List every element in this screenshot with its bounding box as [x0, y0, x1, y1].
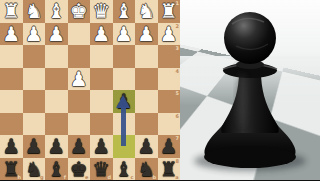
piece-wP: ♟ — [158, 23, 181, 46]
square-d5[interactable] — [90, 90, 113, 113]
piece-bB: ♝ — [45, 158, 68, 181]
piece-bP: ♟ — [135, 135, 158, 158]
square-g2[interactable]: ♟ — [23, 23, 46, 46]
piece-wB: ♝ — [113, 0, 136, 23]
piece-wR: ♜ — [158, 0, 181, 23]
square-c2[interactable]: ♟ — [113, 23, 136, 46]
square-g6[interactable] — [23, 113, 46, 136]
square-f5[interactable] — [45, 90, 68, 113]
square-g7[interactable]: ♟ — [23, 135, 46, 158]
piece-wP: ♟ — [0, 23, 23, 46]
square-h6[interactable] — [0, 113, 23, 136]
piece-wP: ♟ — [23, 23, 46, 46]
rank-label-3: 3 — [176, 46, 179, 51]
square-f7[interactable]: ♟ — [45, 135, 68, 158]
square-h7[interactable]: ♟ — [0, 135, 23, 158]
square-b3[interactable] — [135, 45, 158, 68]
piece-wK: ♚ — [68, 0, 91, 23]
piece-bR: ♜ — [0, 158, 23, 181]
piece-bB: ♝ — [113, 158, 136, 181]
piece-wP: ♟ — [68, 68, 91, 91]
square-f6[interactable] — [45, 113, 68, 136]
square-g5[interactable] — [23, 90, 46, 113]
square-f8[interactable]: ♝f — [45, 158, 68, 181]
square-a2[interactable]: ♟2 — [158, 23, 181, 46]
square-f1[interactable]: ♝ — [45, 0, 68, 23]
square-b4[interactable] — [135, 68, 158, 91]
square-d7[interactable]: ♟ — [90, 135, 113, 158]
piece-wN: ♞ — [23, 0, 46, 23]
square-f3[interactable] — [45, 45, 68, 68]
square-a8[interactable]: ♜8a — [158, 158, 181, 181]
square-h2[interactable]: ♟ — [0, 23, 23, 46]
piece-bP: ♟ — [23, 135, 46, 158]
square-h4[interactable] — [0, 68, 23, 91]
square-c1[interactable]: ♝ — [113, 0, 136, 23]
square-d6[interactable] — [90, 113, 113, 136]
square-b2[interactable]: ♟ — [135, 23, 158, 46]
piece-wP: ♟ — [45, 23, 68, 46]
black-pawn-3d-icon — [180, 0, 320, 180]
pawn-photo-panel — [180, 0, 320, 180]
file-label-d: d — [107, 175, 111, 180]
chess-board[interactable]: ♜♞♝♚♛♝♞♜1♟♟♟♟♟♟♟23♟4♟56♟♟♟♟♟♟♟7♜h♞g♝f♚e♛… — [0, 0, 180, 180]
piece-bP: ♟ — [68, 135, 91, 158]
square-d1[interactable]: ♛ — [90, 0, 113, 23]
piece-wB: ♝ — [45, 0, 68, 23]
move-arrow-shaft — [121, 107, 126, 146]
piece-bR: ♜ — [158, 158, 181, 181]
square-b1[interactable]: ♞ — [135, 0, 158, 23]
square-a5[interactable]: 5 — [158, 90, 181, 113]
piece-wR: ♜ — [0, 0, 23, 23]
square-h3[interactable] — [0, 45, 23, 68]
file-label-f: f — [64, 175, 66, 180]
square-f2[interactable]: ♟ — [45, 23, 68, 46]
square-b5[interactable] — [135, 90, 158, 113]
square-a4[interactable]: 4 — [158, 68, 181, 91]
square-a3[interactable]: 3 — [158, 45, 181, 68]
piece-bP: ♟ — [90, 135, 113, 158]
piece-bP: ♟ — [45, 135, 68, 158]
square-d8[interactable]: ♛d — [90, 158, 113, 181]
piece-wN: ♞ — [135, 0, 158, 23]
rank-label-5: 5 — [176, 91, 179, 96]
square-f4[interactable] — [45, 68, 68, 91]
rank-label-8: 8 — [176, 159, 179, 164]
video-thumbnail: ♜♞♝♚♛♝♞♜1♟♟♟♟♟♟♟23♟4♟56♟♟♟♟♟♟♟7♜h♞g♝f♚e♛… — [0, 0, 320, 180]
square-g1[interactable]: ♞ — [23, 0, 46, 23]
square-a6[interactable]: 6 — [158, 113, 181, 136]
piece-wP: ♟ — [90, 23, 113, 46]
rank-label-2: 2 — [176, 24, 179, 29]
square-e6[interactable] — [68, 113, 91, 136]
square-g4[interactable] — [23, 68, 46, 91]
square-h5[interactable] — [0, 90, 23, 113]
piece-bK: ♚ — [68, 158, 91, 181]
square-d3[interactable] — [90, 45, 113, 68]
piece-wP: ♟ — [135, 23, 158, 46]
move-arrow-head — [116, 95, 130, 108]
square-c3[interactable] — [113, 45, 136, 68]
file-label-c: c — [131, 175, 134, 180]
square-g8[interactable]: ♞g — [23, 158, 46, 181]
piece-wP: ♟ — [113, 23, 136, 46]
square-b8[interactable]: ♞b — [135, 158, 158, 181]
square-e2[interactable] — [68, 23, 91, 46]
piece-bN: ♞ — [23, 158, 46, 181]
piece-bN: ♞ — [135, 158, 158, 181]
file-label-h: h — [17, 175, 21, 180]
square-b6[interactable] — [135, 113, 158, 136]
file-label-a: a — [175, 175, 178, 180]
square-a1[interactable]: ♜1 — [158, 0, 181, 23]
rank-label-1: 1 — [176, 1, 179, 6]
piece-bQ: ♛ — [90, 158, 113, 181]
square-e5[interactable] — [68, 90, 91, 113]
piece-bP: ♟ — [0, 135, 23, 158]
square-d2[interactable]: ♟ — [90, 23, 113, 46]
square-e3[interactable] — [68, 45, 91, 68]
square-e8[interactable]: ♚e — [68, 158, 91, 181]
square-h8[interactable]: ♜h — [0, 158, 23, 181]
square-a7[interactable]: ♟7 — [158, 135, 181, 158]
square-e7[interactable]: ♟ — [68, 135, 91, 158]
rank-label-4: 4 — [176, 69, 179, 74]
file-label-b: b — [152, 175, 156, 180]
piece-bP: ♟ — [158, 135, 181, 158]
piece-wQ: ♛ — [90, 0, 113, 23]
square-h1[interactable]: ♜ — [0, 0, 23, 23]
square-e4[interactable]: ♟ — [68, 68, 91, 91]
square-g3[interactable] — [23, 45, 46, 68]
square-d4[interactable] — [90, 68, 113, 91]
square-e1[interactable]: ♚ — [68, 0, 91, 23]
rank-label-7: 7 — [176, 136, 179, 141]
rank-label-6: 6 — [176, 114, 179, 119]
square-c4[interactable] — [113, 68, 136, 91]
square-c8[interactable]: ♝c — [113, 158, 136, 181]
square-b7[interactable]: ♟ — [135, 135, 158, 158]
file-label-e: e — [85, 175, 88, 180]
file-label-g: g — [40, 175, 44, 180]
